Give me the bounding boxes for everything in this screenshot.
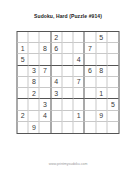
cell-r9c2: 9: [29, 122, 40, 133]
cell-r6c7: [85, 88, 96, 99]
cell-r3c6: 4: [74, 54, 85, 65]
sudoku-board: 2518675437688472313524199: [17, 31, 120, 134]
cell-r3c7: [85, 54, 96, 65]
cell-r6c1: [18, 88, 29, 99]
cell-r2c7: 7: [85, 43, 96, 54]
cell-r8c3: 4: [40, 111, 51, 122]
cell-r8c8: 9: [96, 111, 107, 122]
cell-r7c4: [51, 99, 62, 110]
cell-r9c7: [85, 122, 96, 133]
cell-r4c1: [18, 66, 29, 77]
cell-r4c6: [74, 66, 85, 77]
cell-r8c7: [85, 111, 96, 122]
cell-r2c5: [62, 43, 73, 54]
cell-r4c3: 7: [40, 66, 51, 77]
cell-r1c3: [40, 32, 51, 43]
cell-r8c9: [107, 111, 118, 122]
cell-r5c1: [18, 77, 29, 88]
cell-r8c5: [62, 111, 73, 122]
cell-r9c4: [51, 122, 62, 133]
cell-r6c6: [74, 88, 85, 99]
cell-r9c5: [62, 122, 73, 133]
cell-r1c1: [18, 32, 29, 43]
cell-r3c9: [107, 54, 118, 65]
cell-r9c1: [18, 122, 29, 133]
puzzle-title: Sudoku, Hard (Puzzle #914): [0, 13, 136, 19]
cell-r7c8: [96, 99, 107, 110]
cell-r1c8: 5: [96, 32, 107, 43]
cell-r1c7: [85, 32, 96, 43]
cell-r4c4: [51, 66, 62, 77]
cell-r5c8: [96, 77, 107, 88]
cell-r1c6: [74, 32, 85, 43]
cell-r3c4: [51, 54, 62, 65]
cell-r6c5: [62, 88, 73, 99]
cell-r9c6: [74, 122, 85, 133]
cell-r4c8: 8: [96, 66, 107, 77]
cell-r4c7: 6: [85, 66, 96, 77]
cell-r8c4: [51, 111, 62, 122]
cell-r1c9: [107, 32, 118, 43]
cell-r2c4: 6: [51, 43, 62, 54]
cell-r9c9: [107, 122, 118, 133]
cell-r6c8: 1: [96, 88, 107, 99]
cell-r5c6: 7: [74, 77, 85, 88]
cell-r5c5: [62, 77, 73, 88]
cell-r1c5: [62, 32, 73, 43]
cell-r3c3: [40, 54, 51, 65]
cell-r4c2: 3: [29, 66, 40, 77]
cell-r6c2: 2: [29, 88, 40, 99]
cell-r4c5: [62, 66, 73, 77]
cell-r2c1: 1: [18, 43, 29, 54]
cell-r5c3: [40, 77, 51, 88]
cell-r5c7: [85, 77, 96, 88]
cell-r8c2: [29, 111, 40, 122]
sudoku-sheet: Sudoku, Hard (Puzzle #914) 2518675437688…: [0, 0, 136, 176]
footer-url: www.printmysudoku.com: [0, 162, 136, 166]
cell-r6c9: [107, 88, 118, 99]
cell-r6c4: 3: [51, 88, 62, 99]
cell-r2c8: [96, 43, 107, 54]
cell-r7c9: 5: [107, 99, 118, 110]
cell-r1c2: [29, 32, 40, 43]
cell-r2c6: [74, 43, 85, 54]
cell-r2c3: 8: [40, 43, 51, 54]
cell-r5c2: 8: [29, 77, 40, 88]
cell-r7c1: [18, 99, 29, 110]
cell-r3c5: [62, 54, 73, 65]
cell-r8c1: 2: [18, 111, 29, 122]
cell-r3c8: [96, 54, 107, 65]
cell-r9c3: [40, 122, 51, 133]
cell-r7c3: 3: [40, 99, 51, 110]
cell-r2c2: [29, 43, 40, 54]
cell-r4c9: [107, 66, 118, 77]
cell-r7c2: [29, 99, 40, 110]
cell-r6c3: [40, 88, 51, 99]
cell-r3c2: [29, 54, 40, 65]
cell-r9c8: [96, 122, 107, 133]
cell-r7c5: [62, 99, 73, 110]
cell-r3c1: 5: [18, 54, 29, 65]
cell-r7c6: [74, 99, 85, 110]
cell-r5c4: 4: [51, 77, 62, 88]
cell-r7c7: [85, 99, 96, 110]
cell-r8c6: 1: [74, 111, 85, 122]
cell-r5c9: [107, 77, 118, 88]
cell-r1c4: 2: [51, 32, 62, 43]
cell-r2c9: [107, 43, 118, 54]
